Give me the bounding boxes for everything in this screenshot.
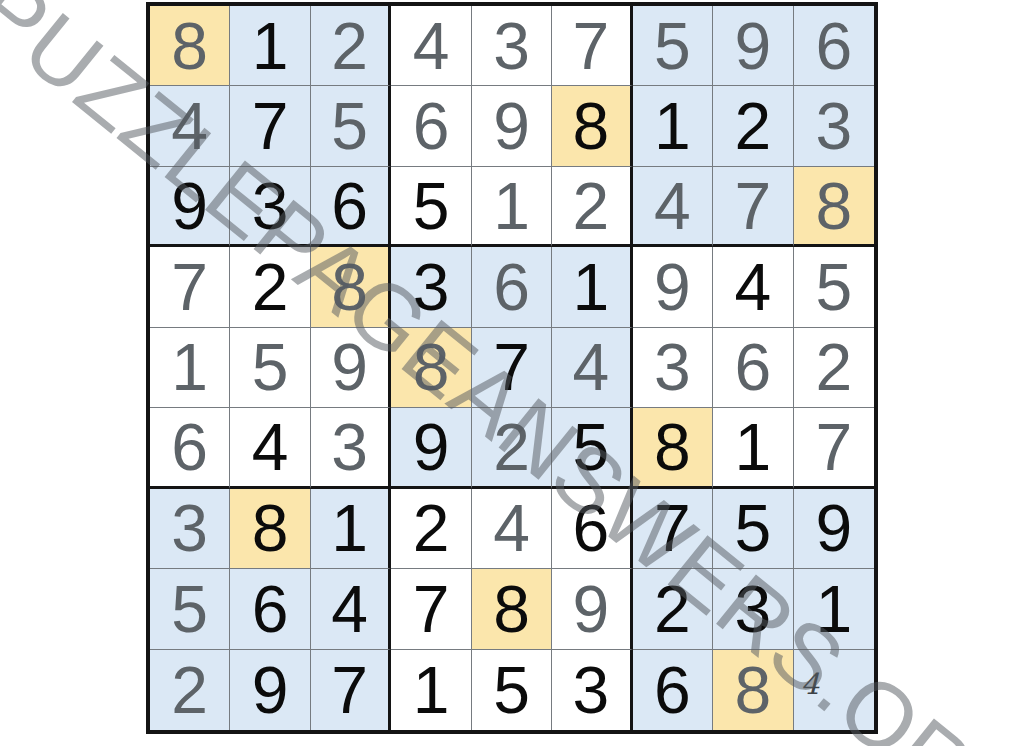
cell-r2c2: 7 xyxy=(230,86,310,166)
cell-r1c7: 5 xyxy=(633,6,713,86)
cell-r9c8: 8 xyxy=(713,650,793,730)
cell-r5c5: 7 xyxy=(472,328,552,408)
cell-r1c6: 7 xyxy=(552,6,632,86)
cell-r3c6: 2 xyxy=(552,167,632,247)
cell-r5c8: 6 xyxy=(713,328,793,408)
cell-r6c5: 2 xyxy=(472,408,552,488)
cell-r3c3: 6 xyxy=(311,167,391,247)
cell-r7c7: 7 xyxy=(633,489,713,569)
cell-r8c2: 6 xyxy=(230,569,310,649)
cell-r4c3: 8 xyxy=(311,247,391,327)
cell-r3c1: 9 xyxy=(150,167,230,247)
cell-r6c3: 3 xyxy=(311,408,391,488)
cell-r5c7: 3 xyxy=(633,328,713,408)
cell-r5c3: 9 xyxy=(311,328,391,408)
cell-r9c6: 3 xyxy=(552,650,632,730)
cell-r9c1: 2 xyxy=(150,650,230,730)
cell-r7c5: 4 xyxy=(472,489,552,569)
cell-r7c1: 3 xyxy=(150,489,230,569)
cell-r2c3: 5 xyxy=(311,86,391,166)
cell-r1c9: 6 xyxy=(794,6,874,86)
cell-r4c7: 9 xyxy=(633,247,713,327)
cell-r3c8: 7 xyxy=(713,167,793,247)
cell-r8c3: 4 xyxy=(311,569,391,649)
cell-r8c4: 7 xyxy=(391,569,471,649)
cell-r6c8: 1 xyxy=(713,408,793,488)
cell-r8c7: 2 xyxy=(633,569,713,649)
pencil-mark-r9c9: 4 xyxy=(801,670,819,699)
cell-r4c5: 6 xyxy=(472,247,552,327)
cell-r5c2: 5 xyxy=(230,328,310,408)
cell-r7c8: 5 xyxy=(713,489,793,569)
cell-r7c2: 8 xyxy=(230,489,310,569)
cell-r1c2: 1 xyxy=(230,6,310,86)
cell-r8c5: 8 xyxy=(472,569,552,649)
cell-r1c1: 8 xyxy=(150,6,230,86)
cell-r2c7: 1 xyxy=(633,86,713,166)
cell-r6c9: 7 xyxy=(794,408,874,488)
cell-r3c5: 1 xyxy=(472,167,552,247)
cell-r9c3: 7 xyxy=(311,650,391,730)
cell-r5c6: 4 xyxy=(552,328,632,408)
cell-r9c2: 9 xyxy=(230,650,310,730)
cell-r6c2: 4 xyxy=(230,408,310,488)
cell-r7c3: 1 xyxy=(311,489,391,569)
cell-r1c4: 4 xyxy=(391,6,471,86)
cell-r5c9: 2 xyxy=(794,328,874,408)
cell-r7c6: 6 xyxy=(552,489,632,569)
cell-r3c4: 5 xyxy=(391,167,471,247)
cell-r9c9: 4 xyxy=(794,650,874,730)
page: 8124375964756981239365124787283619451598… xyxy=(0,0,1024,746)
cell-r7c4: 2 xyxy=(391,489,471,569)
cell-r2c1: 4 xyxy=(150,86,230,166)
cell-r6c6: 5 xyxy=(552,408,632,488)
cell-r6c1: 6 xyxy=(150,408,230,488)
cell-r5c4: 8 xyxy=(391,328,471,408)
cell-r4c4: 3 xyxy=(391,247,471,327)
cell-r6c4: 9 xyxy=(391,408,471,488)
cell-r8c1: 5 xyxy=(150,569,230,649)
cell-r7c9: 9 xyxy=(794,489,874,569)
cell-r8c8: 3 xyxy=(713,569,793,649)
cell-r8c6: 9 xyxy=(552,569,632,649)
cell-r1c8: 9 xyxy=(713,6,793,86)
cell-r4c1: 7 xyxy=(150,247,230,327)
cell-r2c5: 9 xyxy=(472,86,552,166)
sudoku-board: 8124375964756981239365124787283619451598… xyxy=(146,2,878,734)
cell-r5c1: 1 xyxy=(150,328,230,408)
cell-r4c9: 5 xyxy=(794,247,874,327)
cell-r9c7: 6 xyxy=(633,650,713,730)
cell-r3c2: 3 xyxy=(230,167,310,247)
cell-r4c8: 4 xyxy=(713,247,793,327)
cell-r8c9: 1 xyxy=(794,569,874,649)
cell-r6c7: 8 xyxy=(633,408,713,488)
cell-r3c7: 4 xyxy=(633,167,713,247)
cell-r2c8: 2 xyxy=(713,86,793,166)
cell-r2c6: 8 xyxy=(552,86,632,166)
cell-r1c3: 2 xyxy=(311,6,391,86)
cell-r9c4: 1 xyxy=(391,650,471,730)
cell-r1c5: 3 xyxy=(472,6,552,86)
cell-r9c5: 5 xyxy=(472,650,552,730)
cell-r3c9: 8 xyxy=(794,167,874,247)
cell-r2c9: 3 xyxy=(794,86,874,166)
cell-r2c4: 6 xyxy=(391,86,471,166)
cell-r4c2: 2 xyxy=(230,247,310,327)
cell-r4c6: 1 xyxy=(552,247,632,327)
